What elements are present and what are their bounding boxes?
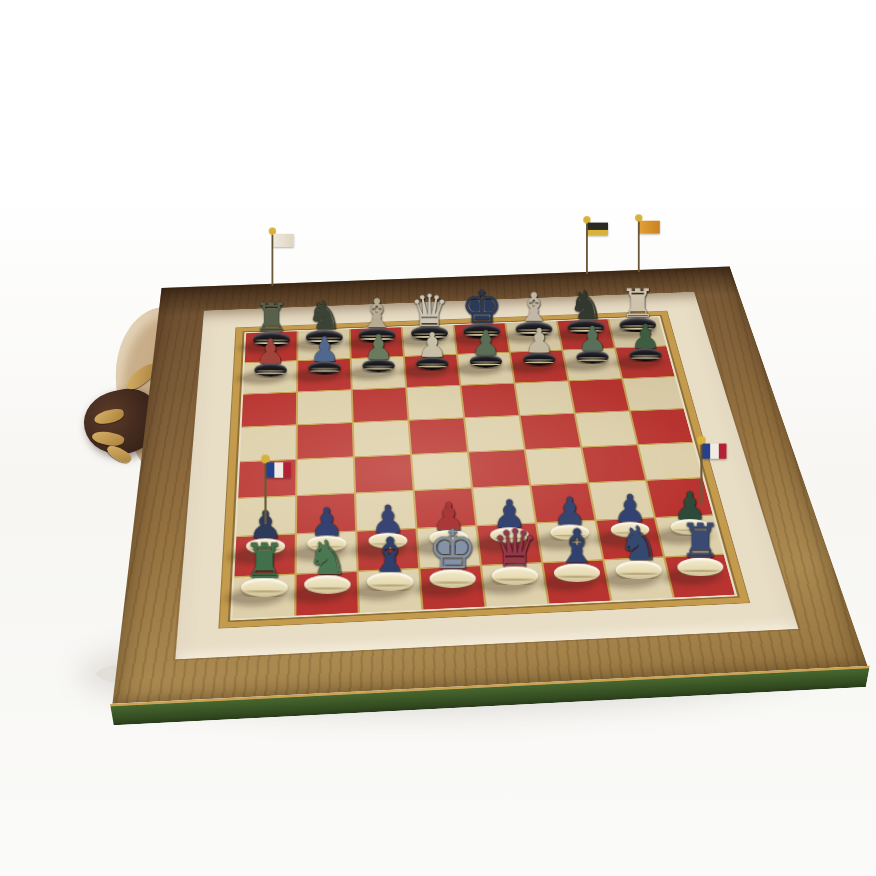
- white-piece-base: [553, 563, 599, 582]
- white-piece-base: [367, 572, 413, 591]
- white-piece-base: [491, 566, 537, 585]
- black-piece-base: [254, 363, 287, 376]
- white-piece-base: [615, 560, 661, 579]
- white-bishop-glyph: ♝: [555, 526, 597, 569]
- black-pawn-glyph: ♟: [577, 323, 607, 354]
- piece-white-rook-a1[interactable]: ♜: [225, 431, 302, 596]
- black-piece-base: [576, 350, 608, 363]
- white-piece-base: [241, 578, 287, 597]
- white-knight-glyph: ♞: [617, 523, 659, 566]
- black-piece-base: [308, 361, 341, 374]
- white-bishop-glyph: ♝: [368, 534, 410, 577]
- base-ring: [471, 363, 501, 365]
- white-rook-glyph: ♜: [243, 540, 286, 584]
- white-queen-glyph: ♛: [491, 523, 538, 571]
- chess-board: ♜♞♝♛♚♝♞♜♟♟♟♟♟♟♟♟♟♟♟♟♟♟♟♟♜♞♝♚♛♝♞♜: [112, 267, 867, 704]
- white-piece-base: [429, 569, 475, 588]
- flag-cloth: [702, 443, 726, 458]
- base-ring: [494, 578, 534, 580]
- base-ring: [417, 366, 447, 368]
- standard-flag-tricolor: [700, 443, 702, 504]
- pieces-layer: ♜♞♝♛♚♝♞♜♟♟♟♟♟♟♟♟♟♟♟♟♟♟♟♟♜♞♝♚♛♝♞♜: [232, 317, 734, 619]
- black-pawn-glyph: ♟: [309, 333, 340, 364]
- base-ring: [243, 590, 284, 592]
- black-pawn-glyph: ♟: [255, 335, 286, 366]
- base-ring: [307, 587, 348, 589]
- base-ring: [309, 370, 339, 372]
- black-pawn-glyph: ♟: [630, 321, 660, 352]
- base-ring: [630, 357, 660, 359]
- black-piece-base: [469, 355, 501, 368]
- base-ring: [363, 368, 393, 370]
- black-pawn-glyph: ♟: [470, 327, 500, 358]
- base-ring: [577, 359, 607, 361]
- white-rook-glyph: ♜: [679, 520, 721, 563]
- base-ring: [432, 581, 473, 583]
- piece-black-pawn-a7[interactable]: ♟: [237, 235, 303, 377]
- white-piece-base: [304, 575, 350, 594]
- white-knight-glyph: ♞: [306, 537, 348, 581]
- base-ring: [618, 572, 658, 574]
- white-king-glyph: ♚: [428, 524, 477, 574]
- base-ring: [524, 361, 554, 363]
- black-pawn-glyph: ♟: [363, 331, 393, 362]
- base-ring: [680, 569, 720, 571]
- base-ring: [255, 372, 285, 374]
- base-ring: [369, 584, 410, 586]
- black-pawn-glyph: ♟: [524, 325, 554, 356]
- black-piece-base: [629, 348, 661, 361]
- flag-cloth: [266, 462, 290, 477]
- black-piece-base: [362, 359, 394, 372]
- black-piece-base: [523, 352, 555, 365]
- photo-scene: ♜♞♝♛♚♝♞♜♟♟♟♟♟♟♟♟♟♟♟♟♟♟♟♟♜♞♝♚♛♝♞♜: [0, 0, 876, 876]
- base-ring: [556, 575, 596, 577]
- standard-flag-tricolor: [264, 462, 266, 524]
- black-pawn-glyph: ♟: [417, 329, 447, 360]
- white-piece-base: [677, 558, 723, 576]
- black-piece-base: [416, 357, 448, 370]
